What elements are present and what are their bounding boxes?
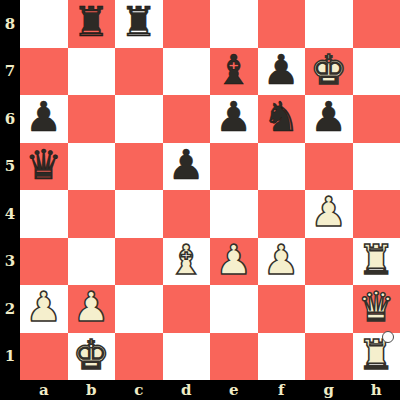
square-b7[interactable]	[68, 48, 116, 96]
square-h6[interactable]	[353, 95, 400, 143]
square-d3[interactable]: ♝	[163, 238, 211, 286]
square-d1[interactable]	[163, 333, 211, 381]
rank-label-6: 6	[0, 95, 20, 143]
square-a6[interactable]: ♟	[20, 95, 68, 143]
rank-label-2: 2	[0, 285, 20, 333]
rank-label-8: 8	[0, 0, 20, 48]
square-d5[interactable]: ♟	[163, 143, 211, 191]
square-g3[interactable]	[305, 238, 353, 286]
square-f7[interactable]: ♟	[258, 48, 306, 96]
square-f8[interactable]	[258, 0, 306, 48]
square-g8[interactable]	[305, 0, 353, 48]
piece-black-pawn[interactable]: ♟	[25, 97, 62, 138]
square-d4[interactable]	[163, 190, 211, 238]
square-e5[interactable]	[210, 143, 258, 191]
square-b5[interactable]	[68, 143, 116, 191]
square-c3[interactable]	[115, 238, 163, 286]
file-label-d: d	[163, 380, 211, 400]
piece-white-pawn[interactable]: ♟	[25, 287, 62, 328]
file-label-a: a	[20, 380, 68, 400]
square-c4[interactable]	[115, 190, 163, 238]
piece-white-king[interactable]: ♚	[310, 50, 347, 91]
piece-white-bishop[interactable]: ♝	[168, 240, 205, 281]
square-c1[interactable]	[115, 333, 163, 381]
chess-board-frame: 87654321 ♜♜♝♟♚♟♟♞♟♛♟♟♝♟♟♜♟♟♛♚♜ abcdefgh	[0, 0, 400, 400]
file-label-c: c	[115, 380, 163, 400]
square-c7[interactable]	[115, 48, 163, 96]
square-g1[interactable]	[305, 333, 353, 381]
square-d2[interactable]	[163, 285, 211, 333]
square-a2[interactable]: ♟	[20, 285, 68, 333]
square-h4[interactable]	[353, 190, 400, 238]
square-e6[interactable]: ♟	[210, 95, 258, 143]
piece-black-pawn[interactable]: ♟	[215, 97, 252, 138]
square-e1[interactable]	[210, 333, 258, 381]
square-f1[interactable]	[258, 333, 306, 381]
chess-board[interactable]: ♜♜♝♟♚♟♟♞♟♛♟♟♝♟♟♜♟♟♛♚♜	[20, 0, 400, 380]
square-g4[interactable]: ♟	[305, 190, 353, 238]
rank-label-7: 7	[0, 48, 20, 96]
square-e4[interactable]	[210, 190, 258, 238]
square-d7[interactable]	[163, 48, 211, 96]
square-g7[interactable]: ♚	[305, 48, 353, 96]
square-h7[interactable]	[353, 48, 400, 96]
rank-label-3: 3	[0, 238, 20, 286]
square-g2[interactable]	[305, 285, 353, 333]
file-label-h: h	[353, 380, 400, 400]
piece-black-pawn[interactable]: ♟	[310, 97, 347, 138]
square-e8[interactable]	[210, 0, 258, 48]
square-a4[interactable]	[20, 190, 68, 238]
piece-white-pawn[interactable]: ♟	[310, 192, 347, 233]
piece-black-queen[interactable]: ♛	[25, 145, 62, 186]
square-e3[interactable]: ♟	[210, 238, 258, 286]
rank-label-5: 5	[0, 143, 20, 191]
square-b1[interactable]: ♚	[68, 333, 116, 381]
cursor-dot	[382, 331, 394, 343]
square-a5[interactable]: ♛	[20, 143, 68, 191]
square-b6[interactable]	[68, 95, 116, 143]
piece-white-queen[interactable]: ♛	[358, 287, 395, 328]
piece-white-pawn[interactable]: ♟	[73, 287, 110, 328]
rank-label-4: 4	[0, 190, 20, 238]
piece-white-rook[interactable]: ♜	[358, 240, 395, 281]
piece-white-king[interactable]: ♚	[73, 335, 110, 376]
square-c8[interactable]: ♜	[115, 0, 163, 48]
piece-black-pawn[interactable]: ♟	[168, 145, 205, 186]
square-g6[interactable]: ♟	[305, 95, 353, 143]
file-label-b: b	[68, 380, 116, 400]
piece-black-knight[interactable]: ♞	[263, 97, 300, 138]
square-c5[interactable]	[115, 143, 163, 191]
file-label-f: f	[258, 380, 306, 400]
square-f4[interactable]	[258, 190, 306, 238]
piece-black-rook[interactable]: ♜	[73, 2, 110, 43]
square-f5[interactable]	[258, 143, 306, 191]
square-a7[interactable]	[20, 48, 68, 96]
square-c2[interactable]	[115, 285, 163, 333]
square-a1[interactable]	[20, 333, 68, 381]
piece-white-pawn[interactable]: ♟	[215, 240, 252, 281]
file-label-g: g	[305, 380, 353, 400]
square-f3[interactable]: ♟	[258, 238, 306, 286]
file-labels: abcdefgh	[20, 380, 400, 400]
piece-black-rook[interactable]: ♜	[120, 2, 157, 43]
square-d6[interactable]	[163, 95, 211, 143]
rank-labels: 87654321	[0, 0, 20, 380]
square-g5[interactable]	[305, 143, 353, 191]
square-d8[interactable]	[163, 0, 211, 48]
square-b2[interactable]: ♟	[68, 285, 116, 333]
square-h5[interactable]	[353, 143, 400, 191]
square-a8[interactable]	[20, 0, 68, 48]
square-e7[interactable]: ♝	[210, 48, 258, 96]
square-f2[interactable]	[258, 285, 306, 333]
square-h3[interactable]: ♜	[353, 238, 400, 286]
square-e2[interactable]	[210, 285, 258, 333]
rank-label-1: 1	[0, 333, 20, 381]
piece-black-bishop[interactable]: ♝	[215, 50, 252, 91]
piece-white-pawn[interactable]: ♟	[263, 240, 300, 281]
square-c6[interactable]	[115, 95, 163, 143]
square-b4[interactable]	[68, 190, 116, 238]
square-b8[interactable]: ♜	[68, 0, 116, 48]
square-b3[interactable]	[68, 238, 116, 286]
square-a3[interactable]	[20, 238, 68, 286]
square-h8[interactable]	[353, 0, 400, 48]
file-label-e: e	[210, 380, 258, 400]
square-f6[interactable]: ♞	[258, 95, 306, 143]
square-h2[interactable]: ♛	[353, 285, 400, 333]
piece-black-pawn[interactable]: ♟	[263, 50, 300, 91]
